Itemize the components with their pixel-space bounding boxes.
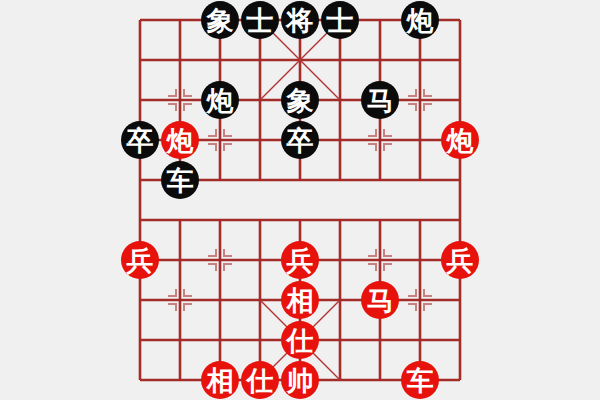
piece-black-horse[interactable]: 马 [361,81,399,119]
xiangqi-app: 象士将士炮炮象马卒炮卒炮车兵兵兵相马仕相仕帅车 [0,0,600,400]
piece-red-chariot[interactable]: 车 [401,361,439,399]
piece-black-chariot[interactable]: 车 [161,161,199,199]
piece-red-horse[interactable]: 马 [361,281,399,319]
piece-red-general[interactable]: 帅 [281,361,319,399]
piece-black-elephant[interactable]: 象 [281,81,319,119]
piece-red-soldier[interactable]: 兵 [441,241,479,279]
xiangqi-board: 象士将士炮炮象马卒炮卒炮车兵兵兵相马仕相仕帅车 [120,0,480,400]
piece-black-cannon[interactable]: 炮 [201,81,239,119]
piece-red-advisor[interactable]: 仕 [281,321,319,359]
piece-black-general[interactable]: 将 [281,1,319,39]
piece-red-soldier[interactable]: 兵 [281,241,319,279]
piece-black-soldier[interactable]: 卒 [281,121,319,159]
piece-black-soldier[interactable]: 卒 [121,121,159,159]
piece-red-cannon[interactable]: 炮 [161,121,199,159]
piece-red-cannon[interactable]: 炮 [441,121,479,159]
piece-red-soldier[interactable]: 兵 [121,241,159,279]
piece-black-advisor[interactable]: 士 [321,1,359,39]
piece-red-elephant[interactable]: 相 [201,361,239,399]
piece-black-cannon[interactable]: 炮 [401,1,439,39]
piece-red-elephant[interactable]: 相 [281,281,319,319]
piece-black-advisor[interactable]: 士 [241,1,279,39]
piece-red-advisor[interactable]: 仕 [241,361,279,399]
piece-black-elephant[interactable]: 象 [201,1,239,39]
